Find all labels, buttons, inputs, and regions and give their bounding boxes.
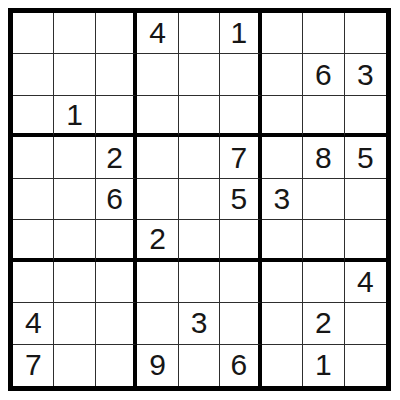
cell-r2c6[interactable] xyxy=(220,54,261,95)
cell-r1c3[interactable] xyxy=(96,13,137,54)
cell-r2c8[interactable]: 6 xyxy=(303,54,344,95)
cell-r3c7[interactable] xyxy=(262,96,303,137)
cell-r7c9[interactable]: 4 xyxy=(345,262,386,303)
cell-r6c2[interactable] xyxy=(54,220,95,261)
cell-r1c7[interactable] xyxy=(262,13,303,54)
cell-r3c9[interactable] xyxy=(345,96,386,137)
cell-r1c5[interactable] xyxy=(179,13,220,54)
cell-r7c4[interactable] xyxy=(137,262,178,303)
cell-r2c1[interactable] xyxy=(13,54,54,95)
cell-r9c9[interactable] xyxy=(345,345,386,386)
cell-r6c6[interactable] xyxy=(220,220,261,261)
cell-r9c5[interactable] xyxy=(179,345,220,386)
cell-r3c1[interactable] xyxy=(13,96,54,137)
cell-r8c6[interactable] xyxy=(220,303,261,344)
cell-r8c3[interactable] xyxy=(96,303,137,344)
cell-r8c1[interactable]: 4 xyxy=(13,303,54,344)
cell-r5c5[interactable] xyxy=(179,179,220,220)
cell-r2c4[interactable] xyxy=(137,54,178,95)
cell-r6c8[interactable] xyxy=(303,220,344,261)
cell-r5c3[interactable]: 6 xyxy=(96,179,137,220)
cell-r9c7[interactable] xyxy=(262,345,303,386)
cell-r3c3[interactable] xyxy=(96,96,137,137)
cell-r8c9[interactable] xyxy=(345,303,386,344)
cell-r9c3[interactable] xyxy=(96,345,137,386)
cell-r4c4[interactable] xyxy=(137,137,178,178)
cell-r4c7[interactable] xyxy=(262,137,303,178)
cell-r1c1[interactable] xyxy=(13,13,54,54)
cell-r4c3[interactable]: 2 xyxy=(96,137,137,178)
cell-r3c2[interactable]: 1 xyxy=(54,96,95,137)
cell-r6c1[interactable] xyxy=(13,220,54,261)
cell-r5c9[interactable] xyxy=(345,179,386,220)
cell-r3c5[interactable] xyxy=(179,96,220,137)
cell-r5c4[interactable] xyxy=(137,179,178,220)
cell-r9c6[interactable]: 6 xyxy=(220,345,261,386)
cell-r8c2[interactable] xyxy=(54,303,95,344)
cell-r1c6[interactable]: 1 xyxy=(220,13,261,54)
cell-r4c1[interactable] xyxy=(13,137,54,178)
cell-r1c4[interactable]: 4 xyxy=(137,13,178,54)
cell-r5c7[interactable]: 3 xyxy=(262,179,303,220)
cell-r2c3[interactable] xyxy=(96,54,137,95)
cell-r2c2[interactable] xyxy=(54,54,95,95)
cell-r6c3[interactable] xyxy=(96,220,137,261)
cell-r5c1[interactable] xyxy=(13,179,54,220)
cell-r5c2[interactable] xyxy=(54,179,95,220)
cell-r1c9[interactable] xyxy=(345,13,386,54)
cell-r4c5[interactable] xyxy=(179,137,220,178)
cell-r6c4[interactable]: 2 xyxy=(137,220,178,261)
cell-r6c9[interactable] xyxy=(345,220,386,261)
cell-r8c5[interactable]: 3 xyxy=(179,303,220,344)
cell-r9c8[interactable]: 1 xyxy=(303,345,344,386)
cell-r4c2[interactable] xyxy=(54,137,95,178)
cell-r2c5[interactable] xyxy=(179,54,220,95)
cell-r6c5[interactable] xyxy=(179,220,220,261)
cell-r8c4[interactable] xyxy=(137,303,178,344)
cell-r3c4[interactable] xyxy=(137,96,178,137)
cell-r1c8[interactable] xyxy=(303,13,344,54)
cell-r3c6[interactable] xyxy=(220,96,261,137)
cell-r7c7[interactable] xyxy=(262,262,303,303)
cell-r9c1[interactable]: 7 xyxy=(13,345,54,386)
cell-r7c3[interactable] xyxy=(96,262,137,303)
cell-r4c8[interactable]: 8 xyxy=(303,137,344,178)
cell-r8c7[interactable] xyxy=(262,303,303,344)
cell-r7c8[interactable] xyxy=(303,262,344,303)
cell-r2c7[interactable] xyxy=(262,54,303,95)
cell-r5c8[interactable] xyxy=(303,179,344,220)
cell-r5c6[interactable]: 5 xyxy=(220,179,261,220)
cell-r6c7[interactable] xyxy=(262,220,303,261)
cell-r9c2[interactable] xyxy=(54,345,95,386)
cell-r4c6[interactable]: 7 xyxy=(220,137,261,178)
cell-r7c1[interactable] xyxy=(13,262,54,303)
cell-r7c6[interactable] xyxy=(220,262,261,303)
cell-r9c4[interactable]: 9 xyxy=(137,345,178,386)
cell-r1c2[interactable] xyxy=(54,13,95,54)
sudoku-board: 416312785653244327961 xyxy=(8,8,391,391)
cell-r7c5[interactable] xyxy=(179,262,220,303)
cell-r8c8[interactable]: 2 xyxy=(303,303,344,344)
cell-r2c9[interactable]: 3 xyxy=(345,54,386,95)
cell-r7c2[interactable] xyxy=(54,262,95,303)
cell-r4c9[interactable]: 5 xyxy=(345,137,386,178)
cell-r3c8[interactable] xyxy=(303,96,344,137)
page: 416312785653244327961 xyxy=(0,0,400,400)
